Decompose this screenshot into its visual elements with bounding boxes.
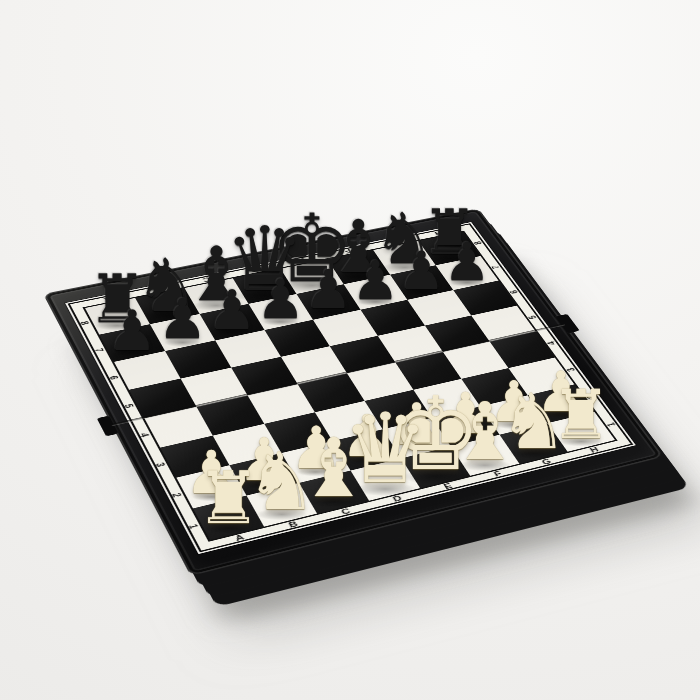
piece-black-pawn-g7[interactable]: ♟: [398, 245, 446, 298]
chessboard-photo-scene: AABBCCDDEEFFGGHH1122334455667788 ♜♞♝♛♚♝♞…: [0, 0, 700, 700]
piece-black-pawn-a7[interactable]: ♟: [107, 302, 157, 358]
piece-black-pawn-e7[interactable]: ♟: [304, 263, 352, 317]
piece-black-pawn-c7[interactable]: ♟: [207, 283, 256, 338]
piece-white-rook-a1[interactable]: ♜: [196, 462, 261, 535]
pieces-layer: ♜♞♝♛♚♝♞♜♟♟♟♟♟♟♟♟♟♟♟♟♟♟♟♟♜♞♝♛♚♝♞♜: [0, 0, 700, 700]
piece-black-pawn-h7[interactable]: ♟: [443, 236, 490, 289]
piece-black-pawn-f7[interactable]: ♟: [352, 254, 400, 307]
piece-black-pawn-d7[interactable]: ♟: [256, 273, 305, 327]
piece-black-pawn-b7[interactable]: ♟: [158, 292, 208, 347]
